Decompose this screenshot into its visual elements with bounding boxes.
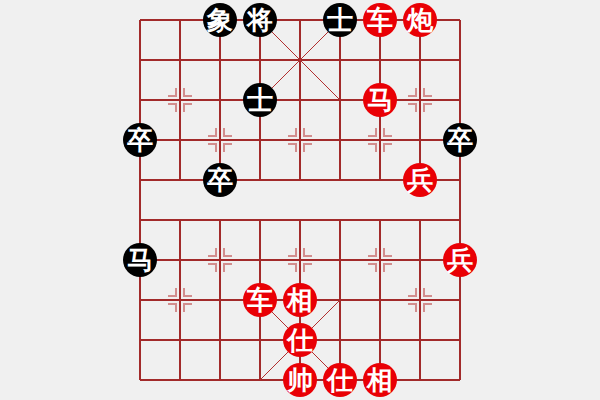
black-advisor[interactable]: 士: [243, 83, 277, 117]
red-general[interactable]: 帅: [283, 363, 317, 397]
red-pawn[interactable]: 兵: [443, 243, 477, 277]
red-advisor[interactable]: 仕: [323, 363, 357, 397]
red-elephant[interactable]: 相: [363, 363, 397, 397]
red-horse[interactable]: 马: [363, 83, 397, 117]
black-general[interactable]: 将: [243, 3, 277, 37]
black-horse[interactable]: 马: [123, 243, 157, 277]
red-advisor[interactable]: 仕: [283, 323, 317, 357]
red-chariot[interactable]: 车: [363, 3, 397, 37]
red-chariot[interactable]: 车: [243, 283, 277, 317]
red-cannon[interactable]: 炮: [403, 3, 437, 37]
black-elephant[interactable]: 象: [203, 3, 237, 37]
red-pawn[interactable]: 兵: [403, 163, 437, 197]
black-advisor[interactable]: 士: [323, 3, 357, 37]
red-elephant[interactable]: 相: [283, 283, 317, 317]
black-pawn[interactable]: 卒: [203, 163, 237, 197]
black-pawn[interactable]: 卒: [123, 123, 157, 157]
black-pawn[interactable]: 卒: [443, 123, 477, 157]
xiangqi-board[interactable]: 象将士车炮士马卒卒卒兵马兵车相仕帅仕相: [0, 0, 600, 400]
pieces-layer: 象将士车炮士马卒卒卒兵马兵车相仕帅仕相: [120, 0, 480, 400]
